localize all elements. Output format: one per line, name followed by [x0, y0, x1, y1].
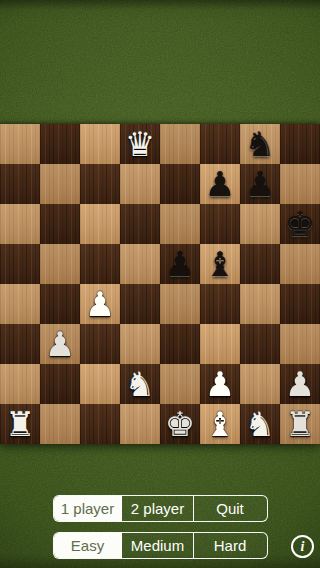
square-e1[interactable]: ♚	[160, 404, 200, 444]
difficulty-control: Easy Medium Hard	[53, 532, 268, 559]
square-c6[interactable]	[80, 204, 120, 244]
square-e2[interactable]	[160, 364, 200, 404]
square-e5[interactable]: ♟	[160, 244, 200, 284]
square-b4[interactable]	[40, 284, 80, 324]
square-e6[interactable]	[160, 204, 200, 244]
square-e8[interactable]	[160, 124, 200, 164]
black-bishop[interactable]: ♝	[205, 244, 235, 284]
black-king[interactable]: ♚	[285, 204, 315, 244]
white-pawn[interactable]: ♟	[85, 284, 115, 324]
square-b5[interactable]	[40, 244, 80, 284]
square-f1[interactable]: ♝	[200, 404, 240, 444]
square-g4[interactable]	[240, 284, 280, 324]
square-d5[interactable]	[120, 244, 160, 284]
info-button[interactable]: i	[291, 535, 314, 558]
square-a8[interactable]	[0, 124, 40, 164]
white-pawn[interactable]: ♟	[285, 364, 315, 404]
square-e7[interactable]	[160, 164, 200, 204]
white-pawn[interactable]: ♟	[45, 324, 75, 364]
quit-button[interactable]: Quit	[194, 496, 266, 521]
white-knight[interactable]: ♞	[245, 404, 275, 444]
square-g3[interactable]	[240, 324, 280, 364]
square-c7[interactable]	[80, 164, 120, 204]
white-queen[interactable]: ♛	[125, 124, 155, 164]
two-player-button[interactable]: 2 player	[122, 496, 194, 521]
square-a3[interactable]	[0, 324, 40, 364]
square-c8[interactable]	[80, 124, 120, 164]
square-b8[interactable]	[40, 124, 80, 164]
square-g1[interactable]: ♞	[240, 404, 280, 444]
white-king[interactable]: ♚	[165, 404, 195, 444]
square-a7[interactable]	[0, 164, 40, 204]
square-a1[interactable]: ♜	[0, 404, 40, 444]
square-a4[interactable]	[0, 284, 40, 324]
chess-board: ♛♞♟♟♚♟♝♟♟♞♟♟♜♚♝♞♜	[0, 124, 320, 444]
square-b3[interactable]: ♟	[40, 324, 80, 364]
square-f3[interactable]	[200, 324, 240, 364]
square-h2[interactable]: ♟	[280, 364, 320, 404]
square-e3[interactable]	[160, 324, 200, 364]
app-screen: ♛♞♟♟♚♟♝♟♟♞♟♟♜♚♝♞♜ 1 player 2 player Quit…	[0, 0, 320, 568]
white-knight[interactable]: ♞	[125, 364, 155, 404]
square-c3[interactable]	[80, 324, 120, 364]
square-c1[interactable]	[80, 404, 120, 444]
black-pawn[interactable]: ♟	[165, 244, 195, 284]
square-b2[interactable]	[40, 364, 80, 404]
easy-button[interactable]: Easy	[54, 533, 122, 558]
square-g2[interactable]	[240, 364, 280, 404]
white-rook[interactable]: ♜	[285, 404, 315, 444]
square-g6[interactable]	[240, 204, 280, 244]
square-b1[interactable]	[40, 404, 80, 444]
square-f7[interactable]: ♟	[200, 164, 240, 204]
black-pawn[interactable]: ♟	[245, 164, 275, 204]
white-rook[interactable]: ♜	[5, 404, 35, 444]
square-g8[interactable]: ♞	[240, 124, 280, 164]
square-a2[interactable]	[0, 364, 40, 404]
square-d4[interactable]	[120, 284, 160, 324]
square-f5[interactable]: ♝	[200, 244, 240, 284]
square-d1[interactable]	[120, 404, 160, 444]
square-g7[interactable]: ♟	[240, 164, 280, 204]
square-b6[interactable]	[40, 204, 80, 244]
square-h1[interactable]: ♜	[280, 404, 320, 444]
square-c2[interactable]	[80, 364, 120, 404]
square-h7[interactable]	[280, 164, 320, 204]
square-a6[interactable]	[0, 204, 40, 244]
square-b7[interactable]	[40, 164, 80, 204]
medium-button[interactable]: Medium	[122, 533, 194, 558]
square-h3[interactable]	[280, 324, 320, 364]
square-g5[interactable]	[240, 244, 280, 284]
square-f4[interactable]	[200, 284, 240, 324]
square-e4[interactable]	[160, 284, 200, 324]
square-f6[interactable]	[200, 204, 240, 244]
player-mode-control: 1 player 2 player Quit	[53, 495, 268, 522]
square-d8[interactable]: ♛	[120, 124, 160, 164]
square-h5[interactable]	[280, 244, 320, 284]
square-a5[interactable]	[0, 244, 40, 284]
black-pawn[interactable]: ♟	[205, 164, 235, 204]
black-knight[interactable]: ♞	[245, 124, 275, 164]
square-f2[interactable]: ♟	[200, 364, 240, 404]
square-d3[interactable]	[120, 324, 160, 364]
square-c5[interactable]	[80, 244, 120, 284]
square-d6[interactable]	[120, 204, 160, 244]
one-player-button[interactable]: 1 player	[54, 496, 122, 521]
square-c4[interactable]: ♟	[80, 284, 120, 324]
square-h4[interactable]	[280, 284, 320, 324]
square-h6[interactable]: ♚	[280, 204, 320, 244]
hard-button[interactable]: Hard	[194, 533, 266, 558]
white-pawn[interactable]: ♟	[205, 364, 235, 404]
square-h8[interactable]	[280, 124, 320, 164]
square-d2[interactable]: ♞	[120, 364, 160, 404]
white-bishop[interactable]: ♝	[205, 404, 235, 444]
square-f8[interactable]	[200, 124, 240, 164]
square-d7[interactable]	[120, 164, 160, 204]
